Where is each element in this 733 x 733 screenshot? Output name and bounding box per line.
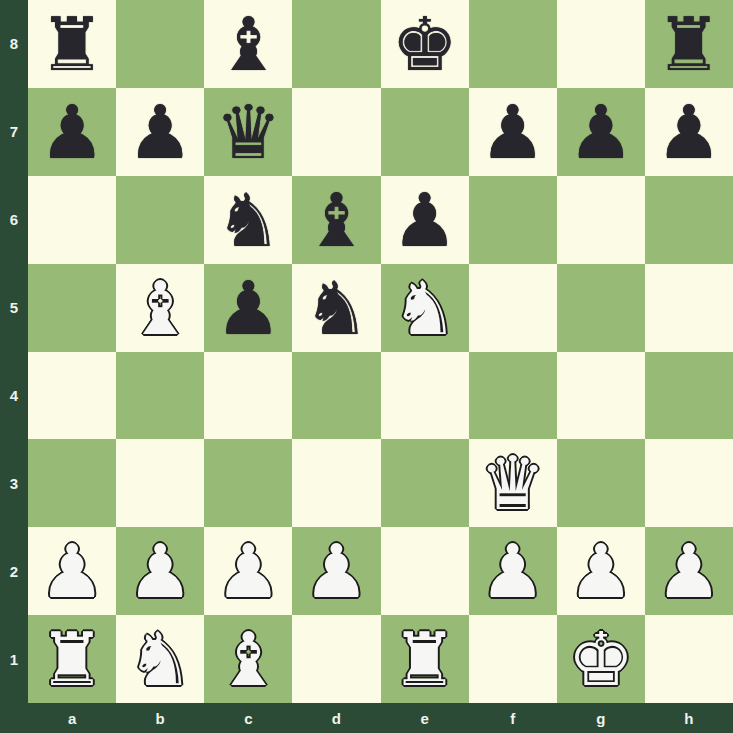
square-f5[interactable]: [469, 264, 557, 352]
piece-black-pawn[interactable]: ♟: [28, 88, 116, 176]
piece-black-pawn[interactable]: ♟: [116, 88, 204, 176]
square-e2[interactable]: [381, 527, 469, 615]
piece-white-king[interactable]: ♚: [557, 615, 645, 703]
square-e3[interactable]: [381, 439, 469, 527]
file-label-a: a: [28, 703, 116, 733]
square-g3[interactable]: [557, 439, 645, 527]
square-d5[interactable]: ♞: [292, 264, 380, 352]
square-a5[interactable]: [28, 264, 116, 352]
square-f1[interactable]: [469, 615, 557, 703]
piece-black-knight[interactable]: ♞: [292, 264, 380, 352]
square-h2[interactable]: ♟: [645, 527, 733, 615]
piece-white-queen[interactable]: ♛: [469, 439, 557, 527]
piece-black-rook[interactable]: ♜: [645, 0, 733, 88]
piece-black-rook[interactable]: ♜: [28, 0, 116, 88]
square-h3[interactable]: [645, 439, 733, 527]
square-a4[interactable]: [28, 352, 116, 440]
square-a1[interactable]: ♜: [28, 615, 116, 703]
square-d4[interactable]: [292, 352, 380, 440]
piece-white-pawn[interactable]: ♟: [469, 527, 557, 615]
piece-white-bishop[interactable]: ♝: [204, 615, 292, 703]
square-a3[interactable]: [28, 439, 116, 527]
file-label-h: h: [645, 703, 733, 733]
square-h8[interactable]: ♜: [645, 0, 733, 88]
file-label-b: b: [116, 703, 204, 733]
piece-white-pawn[interactable]: ♟: [28, 527, 116, 615]
file-label-f: f: [469, 703, 557, 733]
square-d6[interactable]: ♝: [292, 176, 380, 264]
square-c4[interactable]: [204, 352, 292, 440]
square-f6[interactable]: [469, 176, 557, 264]
square-g6[interactable]: [557, 176, 645, 264]
square-b8[interactable]: [116, 0, 204, 88]
chess-board-frame: 87654321 ♜♝♚♜♟♟♛♟♟♟♞♝♟♝♟♞♞♛♟♟♟♟♟♟♟♜♞♝♜♚ …: [0, 0, 733, 733]
square-c2[interactable]: ♟: [204, 527, 292, 615]
square-b6[interactable]: [116, 176, 204, 264]
rank-label-3: 3: [0, 439, 28, 527]
piece-black-pawn[interactable]: ♟: [557, 88, 645, 176]
piece-black-pawn[interactable]: ♟: [645, 88, 733, 176]
square-h1[interactable]: [645, 615, 733, 703]
square-b5[interactable]: ♝: [116, 264, 204, 352]
rank-label-7: 7: [0, 88, 28, 176]
rank-labels: 87654321: [0, 0, 28, 703]
square-h4[interactable]: [645, 352, 733, 440]
square-c8[interactable]: ♝: [204, 0, 292, 88]
piece-white-knight[interactable]: ♞: [381, 264, 469, 352]
rank-label-2: 2: [0, 527, 28, 615]
piece-white-pawn[interactable]: ♟: [116, 527, 204, 615]
square-b3[interactable]: [116, 439, 204, 527]
square-f4[interactable]: [469, 352, 557, 440]
square-a7[interactable]: ♟: [28, 88, 116, 176]
square-c6[interactable]: ♞: [204, 176, 292, 264]
square-e8[interactable]: ♚: [381, 0, 469, 88]
piece-black-king[interactable]: ♚: [381, 0, 469, 88]
square-g7[interactable]: ♟: [557, 88, 645, 176]
piece-white-bishop[interactable]: ♝: [116, 264, 204, 352]
piece-white-pawn[interactable]: ♟: [204, 527, 292, 615]
square-c5[interactable]: ♟: [204, 264, 292, 352]
square-c3[interactable]: [204, 439, 292, 527]
square-b4[interactable]: [116, 352, 204, 440]
rank-label-5: 5: [0, 264, 28, 352]
square-a2[interactable]: ♟: [28, 527, 116, 615]
piece-white-rook[interactable]: ♜: [28, 615, 116, 703]
piece-black-pawn[interactable]: ♟: [204, 264, 292, 352]
square-a8[interactable]: ♜: [28, 0, 116, 88]
rank-label-1: 1: [0, 615, 28, 703]
square-d2[interactable]: ♟: [292, 527, 380, 615]
file-labels: abcdefgh: [28, 703, 733, 733]
square-g5[interactable]: [557, 264, 645, 352]
square-b1[interactable]: ♞: [116, 615, 204, 703]
file-label-d: d: [292, 703, 380, 733]
rank-label-6: 6: [0, 176, 28, 264]
square-e1[interactable]: ♜: [381, 615, 469, 703]
piece-black-pawn[interactable]: ♟: [469, 88, 557, 176]
square-g4[interactable]: [557, 352, 645, 440]
piece-white-rook[interactable]: ♜: [381, 615, 469, 703]
square-f3[interactable]: ♛: [469, 439, 557, 527]
piece-black-queen[interactable]: ♛: [204, 88, 292, 176]
square-d8[interactable]: [292, 0, 380, 88]
square-b7[interactable]: ♟: [116, 88, 204, 176]
rank-label-8: 8: [0, 0, 28, 88]
piece-black-knight[interactable]: ♞: [204, 176, 292, 264]
square-b2[interactable]: ♟: [116, 527, 204, 615]
square-e6[interactable]: ♟: [381, 176, 469, 264]
square-d3[interactable]: [292, 439, 380, 527]
square-e5[interactable]: ♞: [381, 264, 469, 352]
square-d7[interactable]: [292, 88, 380, 176]
square-g2[interactable]: ♟: [557, 527, 645, 615]
square-h5[interactable]: [645, 264, 733, 352]
square-f2[interactable]: ♟: [469, 527, 557, 615]
square-g8[interactable]: [557, 0, 645, 88]
square-f8[interactable]: [469, 0, 557, 88]
square-f7[interactable]: ♟: [469, 88, 557, 176]
piece-white-pawn[interactable]: ♟: [645, 527, 733, 615]
piece-white-pawn[interactable]: ♟: [292, 527, 380, 615]
piece-black-bishop[interactable]: ♝: [204, 0, 292, 88]
square-a6[interactable]: [28, 176, 116, 264]
file-label-c: c: [204, 703, 292, 733]
piece-black-bishop[interactable]: ♝: [292, 176, 380, 264]
file-label-g: g: [557, 703, 645, 733]
file-label-e: e: [381, 703, 469, 733]
piece-white-knight[interactable]: ♞: [116, 615, 204, 703]
square-h6[interactable]: [645, 176, 733, 264]
square-c7[interactable]: ♛: [204, 88, 292, 176]
square-h7[interactable]: ♟: [645, 88, 733, 176]
square-e4[interactable]: [381, 352, 469, 440]
square-c1[interactable]: ♝: [204, 615, 292, 703]
board: ♜♝♚♜♟♟♛♟♟♟♞♝♟♝♟♞♞♛♟♟♟♟♟♟♟♜♞♝♜♚: [28, 0, 733, 703]
square-e7[interactable]: [381, 88, 469, 176]
piece-white-pawn[interactable]: ♟: [557, 527, 645, 615]
square-g1[interactable]: ♚: [557, 615, 645, 703]
square-d1[interactable]: [292, 615, 380, 703]
piece-black-pawn[interactable]: ♟: [381, 176, 469, 264]
rank-label-4: 4: [0, 352, 28, 440]
